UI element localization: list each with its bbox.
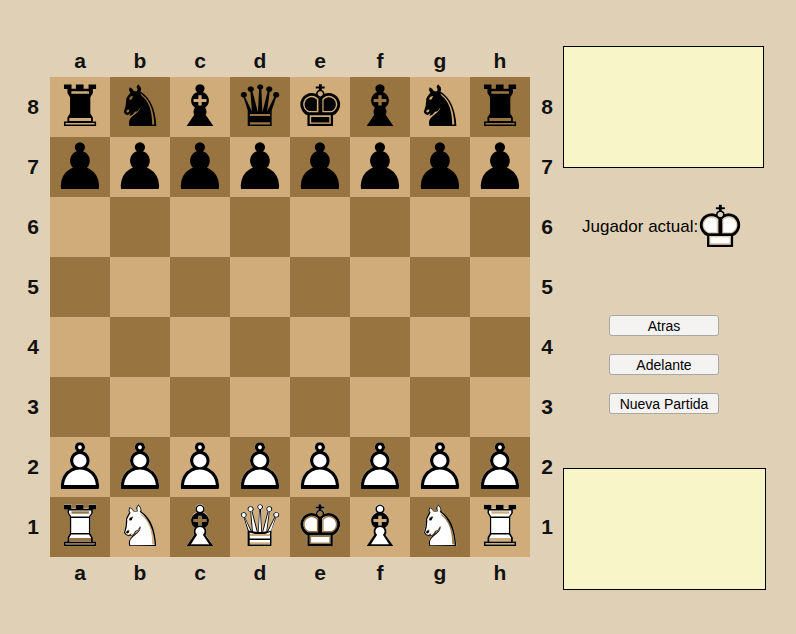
square-a1[interactable]: ♜♖ [50, 497, 110, 557]
white-knight-piece-outline: ♘ [110, 497, 170, 557]
black-pawn-piece: ♟ [170, 137, 230, 197]
black-rook-piece: ♜ [470, 77, 530, 137]
square-g8[interactable]: ♞ [410, 77, 470, 137]
square-c8[interactable]: ♝ [170, 77, 230, 137]
file-labels-top: abcdefgh [50, 46, 530, 76]
black-pawn-piece: ♟ [350, 137, 410, 197]
white-bishop-piece-outline: ♗ [350, 497, 410, 557]
square-d6[interactable] [230, 197, 290, 257]
square-b8[interactable]: ♞ [110, 77, 170, 137]
file-label-d: d [230, 46, 290, 76]
white-queen-piece-outline: ♕ [230, 497, 290, 557]
white-rook-piece-outline: ♖ [50, 497, 110, 557]
square-c5[interactable] [170, 257, 230, 317]
square-b7[interactable]: ♟ [110, 137, 170, 197]
square-c6[interactable] [170, 197, 230, 257]
white-pawn-piece-outline: ♙ [350, 437, 410, 497]
square-c3[interactable] [170, 377, 230, 437]
square-g1[interactable]: ♞♘ [410, 497, 470, 557]
white-knight-piece: ♞ [410, 497, 470, 557]
file-label-f: f [350, 558, 410, 588]
square-a2[interactable]: ♟♙ [50, 437, 110, 497]
square-h4[interactable] [470, 317, 530, 377]
rank-label-7: 7 [531, 137, 563, 197]
square-e5[interactable] [290, 257, 350, 317]
square-a6[interactable] [50, 197, 110, 257]
black-king-piece: ♚ [290, 77, 350, 137]
file-label-e: e [290, 558, 350, 588]
square-d3[interactable] [230, 377, 290, 437]
message-box[interactable] [563, 468, 766, 590]
rank-label-6: 6 [531, 197, 563, 257]
chess-app-window: abcdefgh abcdefgh 87654321 87654321 ♜♞♝♛… [0, 0, 796, 634]
rank-label-4: 4 [531, 317, 563, 377]
white-pawn-piece-outline: ♙ [470, 437, 530, 497]
square-a3[interactable] [50, 377, 110, 437]
square-e2[interactable]: ♟♙ [290, 437, 350, 497]
white-king-piece-outline: ♔ [290, 497, 350, 557]
rank-label-8: 8 [17, 77, 49, 137]
square-h8[interactable]: ♜ [470, 77, 530, 137]
white-pawn-piece: ♟ [350, 437, 410, 497]
rank-label-6: 6 [17, 197, 49, 257]
rank-label-5: 5 [531, 257, 563, 317]
new-game-button[interactable]: Nueva Partida [609, 393, 719, 414]
square-a5[interactable] [50, 257, 110, 317]
square-d4[interactable] [230, 317, 290, 377]
file-label-g: g [410, 558, 470, 588]
square-a8[interactable]: ♜ [50, 77, 110, 137]
current-player-label: Jugador actual: [582, 217, 698, 237]
square-g5[interactable] [410, 257, 470, 317]
rank-label-3: 3 [531, 377, 563, 437]
white-king-icon-fill: ♚ [694, 201, 746, 253]
white-queen-piece: ♛ [230, 497, 290, 557]
square-g4[interactable] [410, 317, 470, 377]
white-pawn-piece-outline: ♙ [230, 437, 290, 497]
file-label-c: c [170, 46, 230, 76]
square-c1[interactable]: ♝♗ [170, 497, 230, 557]
square-d1[interactable]: ♛♕ [230, 497, 290, 557]
rank-label-4: 4 [17, 317, 49, 377]
file-label-a: a [50, 46, 110, 76]
white-knight-piece-outline: ♘ [410, 497, 470, 557]
black-pawn-piece: ♟ [410, 137, 470, 197]
square-d2[interactable]: ♟♙ [230, 437, 290, 497]
square-c2[interactable]: ♟♙ [170, 437, 230, 497]
square-g2[interactable]: ♟♙ [410, 437, 470, 497]
square-c4[interactable] [170, 317, 230, 377]
square-e4[interactable] [290, 317, 350, 377]
square-b5[interactable] [110, 257, 170, 317]
rank-label-7: 7 [17, 137, 49, 197]
black-queen-piece: ♛ [230, 77, 290, 137]
rank-label-1: 1 [17, 497, 49, 557]
file-label-b: b [110, 46, 170, 76]
file-label-d: d [230, 558, 290, 588]
rank-label-3: 3 [17, 377, 49, 437]
white-pawn-piece: ♟ [170, 437, 230, 497]
white-pawn-piece-outline: ♙ [290, 437, 350, 497]
rank-label-1: 1 [531, 497, 563, 557]
rank-labels-right: 87654321 [531, 77, 563, 557]
square-f6[interactable] [350, 197, 410, 257]
square-h3[interactable] [470, 377, 530, 437]
white-king-icon-outline: ♔ [694, 201, 746, 253]
square-b1[interactable]: ♞♘ [110, 497, 170, 557]
square-b3[interactable] [110, 377, 170, 437]
white-pawn-piece: ♟ [290, 437, 350, 497]
black-bishop-piece: ♝ [350, 77, 410, 137]
square-f1[interactable]: ♝♗ [350, 497, 410, 557]
file-labels-bottom: abcdefgh [50, 558, 530, 588]
file-label-b: b [110, 558, 170, 588]
square-f3[interactable] [350, 377, 410, 437]
white-king-piece: ♚ [290, 497, 350, 557]
white-bishop-piece: ♝ [170, 497, 230, 557]
black-pawn-piece: ♟ [110, 137, 170, 197]
file-label-a: a [50, 558, 110, 588]
white-pawn-piece-outline: ♙ [410, 437, 470, 497]
forward-button[interactable]: Adelante [609, 354, 719, 375]
white-rook-piece: ♜ [470, 497, 530, 557]
white-pawn-piece: ♟ [50, 437, 110, 497]
black-knight-piece: ♞ [410, 77, 470, 137]
square-e1[interactable]: ♚♔ [290, 497, 350, 557]
square-d5[interactable] [230, 257, 290, 317]
white-knight-piece: ♞ [110, 497, 170, 557]
white-pawn-piece: ♟ [470, 437, 530, 497]
square-g3[interactable] [410, 377, 470, 437]
square-e7[interactable]: ♟ [290, 137, 350, 197]
square-f2[interactable]: ♟♙ [350, 437, 410, 497]
black-bishop-piece: ♝ [170, 77, 230, 137]
square-f7[interactable]: ♟ [350, 137, 410, 197]
file-label-g: g [410, 46, 470, 76]
square-h6[interactable] [470, 197, 530, 257]
file-label-h: h [470, 46, 530, 76]
square-f5[interactable] [350, 257, 410, 317]
rank-label-2: 2 [531, 437, 563, 497]
back-button[interactable]: Atras [609, 315, 719, 336]
black-pawn-piece: ♟ [50, 137, 110, 197]
rank-label-8: 8 [531, 77, 563, 137]
white-rook-piece: ♜ [50, 497, 110, 557]
black-pawn-piece: ♟ [290, 137, 350, 197]
file-label-e: e [290, 46, 350, 76]
black-pawn-piece: ♟ [470, 137, 530, 197]
square-e3[interactable] [290, 377, 350, 437]
square-h2[interactable]: ♟♙ [470, 437, 530, 497]
square-f4[interactable] [350, 317, 410, 377]
chess-board[interactable]: ♜♞♝♛♚♝♞♜♟♟♟♟♟♟♟♟♟♙♟♙♟♙♟♙♟♙♟♙♟♙♟♙♜♖♞♘♝♗♛♕… [50, 77, 530, 557]
square-f8[interactable]: ♝ [350, 77, 410, 137]
square-h1[interactable]: ♜♖ [470, 497, 530, 557]
move-history-box[interactable] [563, 46, 764, 168]
white-bishop-piece: ♝ [350, 497, 410, 557]
white-pawn-piece-outline: ♙ [50, 437, 110, 497]
white-rook-piece-outline: ♖ [470, 497, 530, 557]
square-d8[interactable]: ♛ [230, 77, 290, 137]
square-h7[interactable]: ♟ [470, 137, 530, 197]
square-a7[interactable]: ♟ [50, 137, 110, 197]
file-label-f: f [350, 46, 410, 76]
square-g7[interactable]: ♟ [410, 137, 470, 197]
square-e6[interactable] [290, 197, 350, 257]
file-label-h: h [470, 558, 530, 588]
square-b4[interactable] [110, 317, 170, 377]
black-rook-piece: ♜ [50, 77, 110, 137]
square-e8[interactable]: ♚ [290, 77, 350, 137]
rank-label-5: 5 [17, 257, 49, 317]
square-b2[interactable]: ♟♙ [110, 437, 170, 497]
square-a4[interactable] [50, 317, 110, 377]
file-label-c: c [170, 558, 230, 588]
white-pawn-piece: ♟ [410, 437, 470, 497]
white-bishop-piece-outline: ♗ [170, 497, 230, 557]
rank-labels-left: 87654321 [17, 77, 49, 557]
square-b6[interactable] [110, 197, 170, 257]
white-pawn-piece-outline: ♙ [110, 437, 170, 497]
white-king-icon: ♚♔ [694, 201, 746, 253]
black-pawn-piece: ♟ [230, 137, 290, 197]
white-pawn-piece: ♟ [230, 437, 290, 497]
square-d7[interactable]: ♟ [230, 137, 290, 197]
black-knight-piece: ♞ [110, 77, 170, 137]
square-g6[interactable] [410, 197, 470, 257]
rank-label-2: 2 [17, 437, 49, 497]
white-pawn-piece-outline: ♙ [170, 437, 230, 497]
square-h5[interactable] [470, 257, 530, 317]
white-pawn-piece: ♟ [110, 437, 170, 497]
square-c7[interactable]: ♟ [170, 137, 230, 197]
